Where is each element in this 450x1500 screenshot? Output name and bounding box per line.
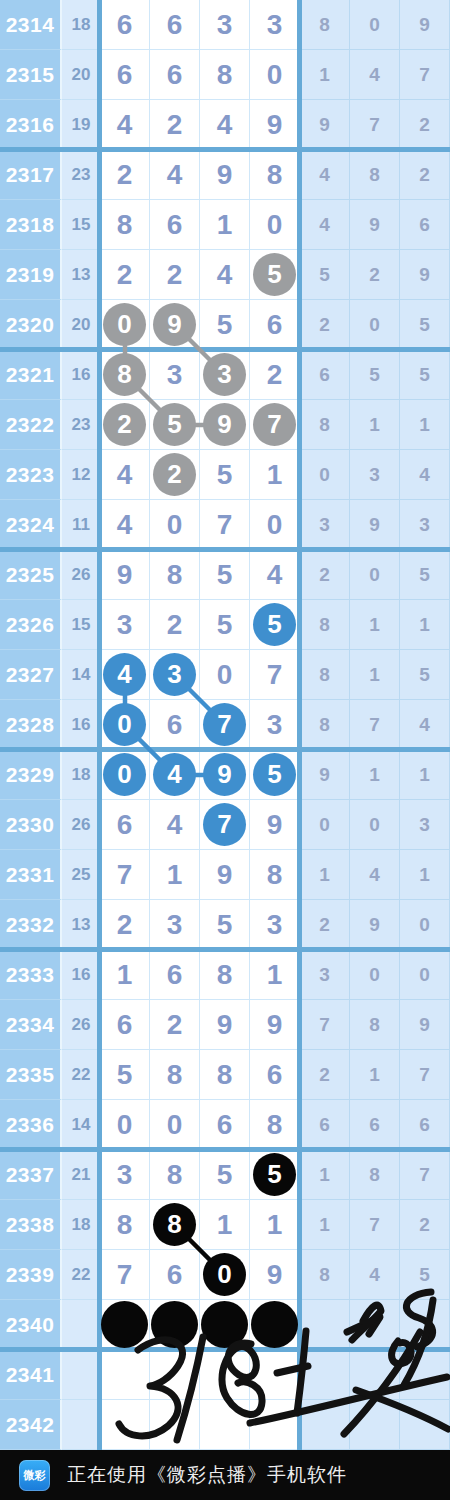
right-digit-cell bbox=[300, 1350, 350, 1400]
main-digit-cell: 7 bbox=[250, 400, 300, 450]
main-digit-cell: 4 bbox=[200, 250, 250, 300]
main-digit-cell: 2 bbox=[250, 350, 300, 400]
right-digit-cell: 1 bbox=[300, 850, 350, 900]
right-digit-cell: 9 bbox=[350, 200, 400, 250]
right-digit-cell: 7 bbox=[400, 50, 450, 100]
right-digit-cell: 4 bbox=[350, 1250, 400, 1300]
main-digit-cell: 6 bbox=[100, 1000, 150, 1050]
main-digit-cell: 9 bbox=[200, 400, 250, 450]
right-digit-cell: 6 bbox=[400, 1100, 450, 1150]
sum-value: 16 bbox=[62, 350, 100, 400]
sum-value: 22 bbox=[62, 1250, 100, 1300]
right-digit-cell: 8 bbox=[300, 650, 350, 700]
sum-value: 14 bbox=[62, 650, 100, 700]
highlight-circle-b: 0 bbox=[103, 753, 146, 796]
chart-row-2326: 2326153255811 bbox=[0, 600, 450, 650]
sum-value: 15 bbox=[62, 600, 100, 650]
main-digit-cell: 8 bbox=[200, 950, 250, 1000]
right-digit-cell: 5 bbox=[400, 650, 450, 700]
main-digit-cell: 6 bbox=[150, 50, 200, 100]
chart-row-2314: 2314186633809 bbox=[0, 0, 450, 50]
right-digit-cell bbox=[400, 1350, 450, 1400]
filled-dot-marker bbox=[251, 1301, 298, 1348]
chart-row-2331: 2331257198141 bbox=[0, 850, 450, 900]
main-digit-cell: 3 bbox=[150, 350, 200, 400]
main-digit-cell: 7 bbox=[200, 800, 250, 850]
main-digit-cell: 5 bbox=[100, 1050, 150, 1100]
main-digit-cell: 0 bbox=[100, 700, 150, 750]
right-digit-cell: 1 bbox=[350, 650, 400, 700]
main-digit-cell: 3 bbox=[200, 350, 250, 400]
right-digit-cell: 9 bbox=[300, 100, 350, 150]
sum-value: 26 bbox=[62, 800, 100, 850]
right-digit-cell: 1 bbox=[350, 1050, 400, 1100]
right-digit-cell: 8 bbox=[350, 150, 400, 200]
main-digit-cell: 6 bbox=[200, 1100, 250, 1150]
main-digit-cell: 2 bbox=[150, 100, 200, 150]
main-digit-cell: 9 bbox=[200, 750, 250, 800]
main-digit-cell: 1 bbox=[250, 450, 300, 500]
right-digit-cell: 6 bbox=[400, 200, 450, 250]
main-digit-cell: 8 bbox=[150, 550, 200, 600]
main-digit-cell bbox=[250, 1300, 300, 1350]
right-digit-cell bbox=[300, 1400, 350, 1450]
right-digit-cell: 9 bbox=[300, 750, 350, 800]
main-digit-cell: 4 bbox=[100, 450, 150, 500]
sum-value: 21 bbox=[62, 1150, 100, 1200]
issue-number: 2339 bbox=[0, 1250, 62, 1300]
right-digit-cell: 1 bbox=[350, 400, 400, 450]
highlight-circle-g: 9 bbox=[203, 403, 246, 446]
right-digit-cell bbox=[350, 1300, 400, 1350]
main-digit-cell: 8 bbox=[150, 1150, 200, 1200]
right-digit-cell: 6 bbox=[300, 350, 350, 400]
right-digit-cell: 8 bbox=[300, 400, 350, 450]
right-digit-cell: 1 bbox=[400, 850, 450, 900]
issue-number: 2342 bbox=[0, 1400, 62, 1450]
right-digit-cell: 4 bbox=[350, 850, 400, 900]
main-digit-cell: 0 bbox=[250, 200, 300, 250]
main-digit-cell bbox=[200, 1300, 250, 1350]
highlight-circle-b: 5 bbox=[253, 753, 296, 796]
main-digit-cell: 4 bbox=[150, 750, 200, 800]
right-digit-cell: 9 bbox=[400, 1000, 450, 1050]
main-digit-cell bbox=[100, 1300, 150, 1350]
main-digit-cell: 2 bbox=[150, 1000, 200, 1050]
issue-number: 2320 bbox=[0, 300, 62, 350]
main-digit-cell bbox=[150, 1350, 200, 1400]
right-digit-cell: 9 bbox=[400, 250, 450, 300]
chart-row-2328: 2328160673874 bbox=[0, 700, 450, 750]
right-digit-cell: 3 bbox=[300, 500, 350, 550]
issue-number: 2319 bbox=[0, 250, 62, 300]
highlight-circle-g: 3 bbox=[203, 353, 246, 396]
right-digit-cell: 3 bbox=[400, 500, 450, 550]
main-digit-cell: 5 bbox=[200, 550, 250, 600]
main-digit-cell: 9 bbox=[250, 1250, 300, 1300]
right-digit-cell: 4 bbox=[350, 50, 400, 100]
main-digit-cell: 3 bbox=[250, 700, 300, 750]
right-digit-cell bbox=[350, 1350, 400, 1400]
chart-row-2318: 2318158610496 bbox=[0, 200, 450, 250]
issue-number: 2324 bbox=[0, 500, 62, 550]
chart-row-2333: 2333161681300 bbox=[0, 950, 450, 1000]
highlight-circle-g: 9 bbox=[153, 303, 196, 346]
highlight-circle-g: 5 bbox=[253, 253, 296, 296]
chart-row-2320: 2320200956205 bbox=[0, 300, 450, 350]
sum-value: 20 bbox=[62, 50, 100, 100]
chart-row-2337: 2337213855187 bbox=[0, 1150, 450, 1200]
main-digit-cell: 6 bbox=[150, 700, 200, 750]
main-digit-cell: 0 bbox=[200, 1250, 250, 1300]
right-digit-cell: 4 bbox=[300, 150, 350, 200]
highlight-circle-b: 9 bbox=[203, 753, 246, 796]
trend-chart: 2314186633809231520668014723161942499722… bbox=[0, 0, 450, 1450]
right-digit-cell: 2 bbox=[300, 300, 350, 350]
issue-number: 2331 bbox=[0, 850, 62, 900]
right-digit-cell: 0 bbox=[350, 0, 400, 50]
sum-value: 16 bbox=[62, 700, 100, 750]
main-digit-cell: 0 bbox=[100, 1100, 150, 1150]
issue-number: 2330 bbox=[0, 800, 62, 850]
right-digit-cell: 8 bbox=[350, 1000, 400, 1050]
main-digit-cell: 7 bbox=[250, 650, 300, 700]
right-digit-cell: 1 bbox=[350, 750, 400, 800]
issue-number: 2326 bbox=[0, 600, 62, 650]
right-digit-cell: 0 bbox=[350, 950, 400, 1000]
chart-row-2336: 2336140068666 bbox=[0, 1100, 450, 1150]
main-digit-cell: 5 bbox=[200, 600, 250, 650]
sum-value: 22 bbox=[62, 1050, 100, 1100]
main-digit-cell: 1 bbox=[150, 850, 200, 900]
right-digit-cell: 1 bbox=[300, 1200, 350, 1250]
right-digit-cell: 6 bbox=[300, 1100, 350, 1150]
main-digit-cell: 4 bbox=[150, 800, 200, 850]
right-digit-cell: 2 bbox=[350, 250, 400, 300]
main-digit-cell: 4 bbox=[100, 650, 150, 700]
sum-value: 14 bbox=[62, 1100, 100, 1150]
group-separator bbox=[0, 1147, 450, 1152]
main-digit-cell: 3 bbox=[150, 900, 200, 950]
right-digit-cell: 0 bbox=[350, 800, 400, 850]
main-digit-cell: 2 bbox=[150, 450, 200, 500]
issue-number: 2317 bbox=[0, 150, 62, 200]
main-digit-cell: 9 bbox=[200, 150, 250, 200]
right-digit-cell: 7 bbox=[400, 1050, 450, 1100]
main-digit-cell: 3 bbox=[250, 900, 300, 950]
main-digit-cell: 8 bbox=[100, 200, 150, 250]
main-digit-cell: 9 bbox=[250, 1000, 300, 1050]
main-digit-cell: 4 bbox=[100, 500, 150, 550]
chart-row-2340: 2340 bbox=[0, 1300, 450, 1350]
highlight-circle-k: 8 bbox=[153, 1203, 196, 1246]
group-separator bbox=[0, 347, 450, 352]
right-digit-cell: 9 bbox=[350, 500, 400, 550]
right-digit-cell: 5 bbox=[400, 550, 450, 600]
issue-number: 2316 bbox=[0, 100, 62, 150]
right-digit-cell bbox=[300, 1300, 350, 1350]
right-digit-cell: 3 bbox=[400, 800, 450, 850]
main-digit-cell: 0 bbox=[200, 650, 250, 700]
issue-number: 2323 bbox=[0, 450, 62, 500]
main-digit-cell: 8 bbox=[200, 50, 250, 100]
footer-status-text: 正在使用《微彩点播》手机软件 bbox=[67, 1462, 347, 1488]
main-digit-cell bbox=[200, 1400, 250, 1450]
issue-number: 2318 bbox=[0, 200, 62, 250]
highlight-circle-b: 4 bbox=[103, 653, 146, 696]
main-digit-cell: 5 bbox=[250, 1150, 300, 1200]
right-digit-cell: 0 bbox=[350, 300, 400, 350]
main-digit-cell: 7 bbox=[200, 500, 250, 550]
chart-row-2330: 2330266479003 bbox=[0, 800, 450, 850]
main-digit-cell: 2 bbox=[100, 900, 150, 950]
chart-row-2322: 2322232597811 bbox=[0, 400, 450, 450]
main-digit-cell: 5 bbox=[250, 600, 300, 650]
main-digit-cell: 3 bbox=[200, 0, 250, 50]
main-digit-cell: 2 bbox=[100, 250, 150, 300]
main-digit-cell: 0 bbox=[250, 500, 300, 550]
sum-value: 18 bbox=[62, 1200, 100, 1250]
chart-row-2341: 2341 bbox=[0, 1350, 450, 1400]
sum-value: 18 bbox=[62, 0, 100, 50]
main-digit-cell: 3 bbox=[100, 1150, 150, 1200]
main-digit-cell: 2 bbox=[100, 400, 150, 450]
highlight-circle-g: 5 bbox=[153, 403, 196, 446]
main-digit-cell bbox=[250, 1350, 300, 1400]
main-digit-cell: 0 bbox=[100, 750, 150, 800]
right-digit-cell: 5 bbox=[300, 250, 350, 300]
main-digit-cell bbox=[150, 1400, 200, 1450]
main-digit-cell: 6 bbox=[100, 50, 150, 100]
main-digit-cell: 5 bbox=[200, 450, 250, 500]
main-digit-cell: 6 bbox=[250, 300, 300, 350]
sum-value: 18 bbox=[62, 750, 100, 800]
right-digit-cell: 7 bbox=[400, 1150, 450, 1200]
highlight-circle-k: 0 bbox=[203, 1253, 246, 1296]
issue-number: 2341 bbox=[0, 1350, 62, 1400]
main-digit-cell: 4 bbox=[250, 550, 300, 600]
main-digit-cell: 7 bbox=[100, 1250, 150, 1300]
highlight-circle-g: 0 bbox=[103, 303, 146, 346]
sum-value: 16 bbox=[62, 950, 100, 1000]
group-separator bbox=[0, 547, 450, 552]
main-digit-cell: 1 bbox=[250, 1200, 300, 1250]
issue-number: 2327 bbox=[0, 650, 62, 700]
main-digit-cell: 8 bbox=[100, 350, 150, 400]
sum-value: 20 bbox=[62, 300, 100, 350]
main-digit-cell: 0 bbox=[250, 50, 300, 100]
main-digit-cell: 1 bbox=[200, 1200, 250, 1250]
main-digit-cell: 8 bbox=[250, 1100, 300, 1150]
highlight-circle-b: 4 bbox=[153, 753, 196, 796]
right-digit-cell: 4 bbox=[300, 200, 350, 250]
main-digit-cell: 9 bbox=[100, 550, 150, 600]
issue-number: 2329 bbox=[0, 750, 62, 800]
right-digit-cell: 0 bbox=[400, 950, 450, 1000]
chart-row-2335: 2335225886217 bbox=[0, 1050, 450, 1100]
right-digit-cell: 2 bbox=[400, 100, 450, 150]
issue-number: 2340 bbox=[0, 1300, 62, 1350]
highlight-circle-g: 2 bbox=[103, 403, 146, 446]
sum-value: 13 bbox=[62, 250, 100, 300]
sum-value: 13 bbox=[62, 900, 100, 950]
main-digit-cell: 3 bbox=[250, 0, 300, 50]
main-digit-cell: 9 bbox=[200, 850, 250, 900]
main-digit-cell: 8 bbox=[250, 850, 300, 900]
right-digit-cell: 0 bbox=[300, 450, 350, 500]
right-digit-cell: 0 bbox=[400, 900, 450, 950]
main-digit-cell bbox=[150, 1300, 200, 1350]
issue-number: 2314 bbox=[0, 0, 62, 50]
right-digit-cell: 8 bbox=[350, 1150, 400, 1200]
main-digit-cell: 2 bbox=[100, 150, 150, 200]
main-digit-cell: 5 bbox=[200, 300, 250, 350]
issue-number: 2333 bbox=[0, 950, 62, 1000]
main-digit-cell: 6 bbox=[150, 200, 200, 250]
highlight-circle-g: 8 bbox=[103, 353, 146, 396]
right-digit-cell: 9 bbox=[400, 0, 450, 50]
main-digit-cell: 9 bbox=[250, 100, 300, 150]
right-digit-cell: 2 bbox=[300, 550, 350, 600]
right-digit-cell: 5 bbox=[350, 350, 400, 400]
main-digit-cell bbox=[100, 1350, 150, 1400]
main-digit-cell: 6 bbox=[150, 1250, 200, 1300]
right-digit-cell: 9 bbox=[350, 900, 400, 950]
right-digit-cell: 4 bbox=[400, 700, 450, 750]
section-divider-left bbox=[97, 0, 102, 1450]
main-digit-cell: 5 bbox=[250, 750, 300, 800]
main-digit-cell: 8 bbox=[200, 1050, 250, 1100]
right-digit-cell: 3 bbox=[350, 450, 400, 500]
footer-bar: 微彩 正在使用《微彩点播》手机软件 bbox=[0, 1450, 450, 1500]
chart-row-2342: 2342 bbox=[0, 1400, 450, 1450]
right-digit-cell: 2 bbox=[300, 900, 350, 950]
sum-value bbox=[62, 1350, 100, 1400]
main-digit-cell: 0 bbox=[150, 500, 200, 550]
highlight-circle-b: 7 bbox=[203, 703, 246, 746]
issue-number: 2334 bbox=[0, 1000, 62, 1050]
issue-number: 2335 bbox=[0, 1050, 62, 1100]
right-digit-cell: 1 bbox=[300, 50, 350, 100]
right-digit-cell: 7 bbox=[350, 700, 400, 750]
highlight-circle-g: 7 bbox=[253, 403, 296, 446]
main-digit-cell: 5 bbox=[150, 400, 200, 450]
sum-value bbox=[62, 1300, 100, 1350]
right-digit-cell: 2 bbox=[300, 1050, 350, 1100]
highlight-circle-b: 0 bbox=[103, 703, 146, 746]
chart-row-2323: 2323124251034 bbox=[0, 450, 450, 500]
sum-value: 23 bbox=[62, 150, 100, 200]
highlight-circle-g: 2 bbox=[153, 453, 196, 496]
right-digit-cell: 7 bbox=[300, 1000, 350, 1050]
main-digit-cell: 4 bbox=[200, 100, 250, 150]
right-digit-cell: 5 bbox=[400, 1250, 450, 1300]
right-digit-cell: 5 bbox=[400, 350, 450, 400]
issue-number: 2315 bbox=[0, 50, 62, 100]
highlight-circle-b: 3 bbox=[153, 653, 196, 696]
right-digit-cell: 1 bbox=[400, 400, 450, 450]
main-digit-cell: 3 bbox=[150, 650, 200, 700]
chart-row-2329: 2329180495911 bbox=[0, 750, 450, 800]
right-digit-cell: 8 bbox=[300, 1250, 350, 1300]
chart-row-2319: 2319132245529 bbox=[0, 250, 450, 300]
right-digit-cell: 1 bbox=[400, 750, 450, 800]
filled-dot-marker bbox=[151, 1301, 198, 1348]
main-digit-cell: 8 bbox=[150, 1050, 200, 1100]
right-digit-cell: 0 bbox=[300, 800, 350, 850]
main-digit-cell bbox=[100, 1400, 150, 1450]
rows-container: 2314186633809231520668014723161942499722… bbox=[0, 0, 450, 1450]
right-digit-cell bbox=[350, 1400, 400, 1450]
chart-row-2334: 2334266299789 bbox=[0, 1000, 450, 1050]
group-separator bbox=[0, 147, 450, 152]
main-digit-cell: 1 bbox=[250, 950, 300, 1000]
section-divider-right bbox=[297, 0, 302, 1450]
main-digit-cell: 4 bbox=[150, 150, 200, 200]
sum-value: 15 bbox=[62, 200, 100, 250]
main-digit-cell: 9 bbox=[150, 300, 200, 350]
main-digit-cell: 5 bbox=[200, 900, 250, 950]
sum-value: 26 bbox=[62, 1000, 100, 1050]
main-digit-cell: 9 bbox=[250, 800, 300, 850]
main-digit-cell: 5 bbox=[200, 1150, 250, 1200]
main-digit-cell: 4 bbox=[100, 100, 150, 150]
issue-number: 2338 bbox=[0, 1200, 62, 1250]
main-digit-cell: 6 bbox=[150, 0, 200, 50]
highlight-circle-b: 7 bbox=[203, 803, 246, 846]
main-digit-cell: 6 bbox=[250, 1050, 300, 1100]
chart-row-2325: 2325269854205 bbox=[0, 550, 450, 600]
main-digit-cell: 7 bbox=[200, 700, 250, 750]
right-digit-cell: 6 bbox=[350, 1100, 400, 1150]
group-separator bbox=[0, 947, 450, 952]
sum-value: 12 bbox=[62, 450, 100, 500]
chart-row-2317: 2317232498482 bbox=[0, 150, 450, 200]
filled-dot-marker bbox=[201, 1301, 248, 1348]
highlight-circle-b: 5 bbox=[253, 603, 296, 646]
issue-number: 2332 bbox=[0, 900, 62, 950]
right-digit-cell: 1 bbox=[350, 600, 400, 650]
right-digit-cell: 5 bbox=[400, 300, 450, 350]
app-logo-icon[interactable]: 微彩 bbox=[19, 1460, 50, 1491]
chart-row-2315: 2315206680147 bbox=[0, 50, 450, 100]
main-digit-cell: 1 bbox=[200, 200, 250, 250]
chart-row-2316: 2316194249972 bbox=[0, 100, 450, 150]
main-digit-cell: 6 bbox=[100, 0, 150, 50]
chart-row-2321: 2321168332655 bbox=[0, 350, 450, 400]
main-digit-cell: 2 bbox=[150, 250, 200, 300]
chart-row-2327: 2327144307815 bbox=[0, 650, 450, 700]
right-digit-cell: 1 bbox=[400, 600, 450, 650]
highlight-circle-k: 5 bbox=[253, 1153, 296, 1196]
sum-value bbox=[62, 1400, 100, 1450]
right-digit-cell: 7 bbox=[350, 1200, 400, 1250]
main-digit-cell: 9 bbox=[200, 1000, 250, 1050]
app-logo-label: 微彩 bbox=[24, 1468, 46, 1483]
filled-dot-marker bbox=[101, 1301, 148, 1348]
main-digit-cell: 0 bbox=[100, 300, 150, 350]
main-digit-cell: 7 bbox=[100, 850, 150, 900]
sum-value: 11 bbox=[62, 500, 100, 550]
right-digit-cell: 2 bbox=[400, 150, 450, 200]
main-digit-cell: 0 bbox=[150, 1100, 200, 1150]
right-digit-cell: 8 bbox=[300, 600, 350, 650]
issue-number: 2328 bbox=[0, 700, 62, 750]
main-digit-cell: 6 bbox=[100, 800, 150, 850]
sum-value: 19 bbox=[62, 100, 100, 150]
issue-number: 2322 bbox=[0, 400, 62, 450]
main-digit-cell: 5 bbox=[250, 250, 300, 300]
